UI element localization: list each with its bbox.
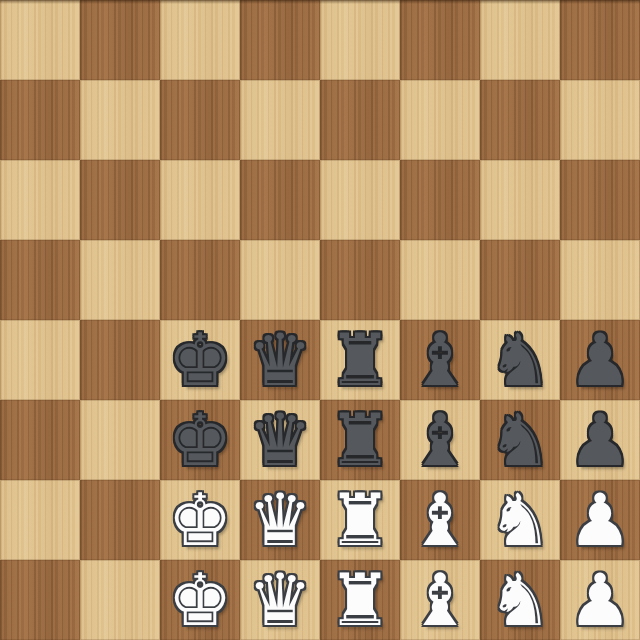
square-c4[interactable]: ♚ (160, 320, 240, 400)
piece-white-queen[interactable]: ♛ (248, 560, 313, 640)
square-f7[interactable] (400, 80, 480, 160)
square-f8[interactable] (400, 0, 480, 80)
square-a1[interactable] (0, 560, 80, 640)
square-c3[interactable]: ♚ (160, 400, 240, 480)
square-f6[interactable] (400, 160, 480, 240)
square-f5[interactable] (400, 240, 480, 320)
square-d7[interactable] (240, 80, 320, 160)
chess-board: ♚♛♜♝♞♟♚♛♜♝♞♟♚♛♜♝♞♟♚♛♜♝♞♟ (0, 0, 640, 640)
piece-white-king[interactable]: ♚ (168, 480, 233, 560)
square-b3[interactable] (80, 400, 160, 480)
square-c5[interactable] (160, 240, 240, 320)
square-h6[interactable] (560, 160, 640, 240)
square-a6[interactable] (0, 160, 80, 240)
square-d6[interactable] (240, 160, 320, 240)
square-g1[interactable]: ♞ (480, 560, 560, 640)
square-e6[interactable] (320, 160, 400, 240)
piece-white-rook[interactable]: ♜ (328, 560, 393, 640)
piece-white-pawn[interactable]: ♟ (568, 480, 633, 560)
square-a5[interactable] (0, 240, 80, 320)
piece-white-bishop[interactable]: ♝ (408, 560, 473, 640)
piece-black-rook[interactable]: ♜ (328, 400, 393, 480)
square-g6[interactable] (480, 160, 560, 240)
square-c8[interactable] (160, 0, 240, 80)
square-g7[interactable] (480, 80, 560, 160)
square-e7[interactable] (320, 80, 400, 160)
square-g3[interactable]: ♞ (480, 400, 560, 480)
piece-black-king[interactable]: ♚ (168, 320, 233, 400)
square-f3[interactable]: ♝ (400, 400, 480, 480)
square-d1[interactable]: ♛ (240, 560, 320, 640)
square-c1[interactable]: ♚ (160, 560, 240, 640)
square-b5[interactable] (80, 240, 160, 320)
square-c6[interactable] (160, 160, 240, 240)
square-b8[interactable] (80, 0, 160, 80)
square-a8[interactable] (0, 0, 80, 80)
square-g5[interactable] (480, 240, 560, 320)
square-c2[interactable]: ♚ (160, 480, 240, 560)
square-e2[interactable]: ♜ (320, 480, 400, 560)
piece-black-knight[interactable]: ♞ (488, 320, 553, 400)
square-a7[interactable] (0, 80, 80, 160)
square-h3[interactable]: ♟ (560, 400, 640, 480)
piece-black-rook[interactable]: ♜ (328, 320, 393, 400)
piece-black-pawn[interactable]: ♟ (568, 400, 633, 480)
square-d8[interactable] (240, 0, 320, 80)
square-g4[interactable]: ♞ (480, 320, 560, 400)
square-e8[interactable] (320, 0, 400, 80)
square-h2[interactable]: ♟ (560, 480, 640, 560)
square-c7[interactable] (160, 80, 240, 160)
square-b7[interactable] (80, 80, 160, 160)
piece-black-queen[interactable]: ♛ (248, 320, 313, 400)
piece-white-king[interactable]: ♚ (168, 560, 233, 640)
piece-white-rook[interactable]: ♜ (328, 480, 393, 560)
piece-white-pawn[interactable]: ♟ (568, 560, 633, 640)
square-h4[interactable]: ♟ (560, 320, 640, 400)
square-g2[interactable]: ♞ (480, 480, 560, 560)
square-h7[interactable] (560, 80, 640, 160)
piece-white-knight[interactable]: ♞ (488, 480, 553, 560)
square-e5[interactable] (320, 240, 400, 320)
square-f2[interactable]: ♝ (400, 480, 480, 560)
piece-white-queen[interactable]: ♛ (248, 480, 313, 560)
square-h8[interactable] (560, 0, 640, 80)
square-b4[interactable] (80, 320, 160, 400)
square-h1[interactable]: ♟ (560, 560, 640, 640)
square-d4[interactable]: ♛ (240, 320, 320, 400)
square-b2[interactable] (80, 480, 160, 560)
piece-black-bishop[interactable]: ♝ (408, 320, 473, 400)
square-f4[interactable]: ♝ (400, 320, 480, 400)
piece-black-bishop[interactable]: ♝ (408, 400, 473, 480)
square-a4[interactable] (0, 320, 80, 400)
square-h5[interactable] (560, 240, 640, 320)
piece-white-knight[interactable]: ♞ (488, 560, 553, 640)
square-d2[interactable]: ♛ (240, 480, 320, 560)
square-e1[interactable]: ♜ (320, 560, 400, 640)
square-d3[interactable]: ♛ (240, 400, 320, 480)
square-e4[interactable]: ♜ (320, 320, 400, 400)
square-a2[interactable] (0, 480, 80, 560)
square-e3[interactable]: ♜ (320, 400, 400, 480)
square-d5[interactable] (240, 240, 320, 320)
square-b6[interactable] (80, 160, 160, 240)
piece-black-knight[interactable]: ♞ (488, 400, 553, 480)
piece-black-queen[interactable]: ♛ (248, 400, 313, 480)
piece-black-king[interactable]: ♚ (168, 400, 233, 480)
piece-white-bishop[interactable]: ♝ (408, 480, 473, 560)
square-a3[interactable] (0, 400, 80, 480)
square-b1[interactable] (80, 560, 160, 640)
piece-black-pawn[interactable]: ♟ (568, 320, 633, 400)
square-f1[interactable]: ♝ (400, 560, 480, 640)
square-g8[interactable] (480, 0, 560, 80)
